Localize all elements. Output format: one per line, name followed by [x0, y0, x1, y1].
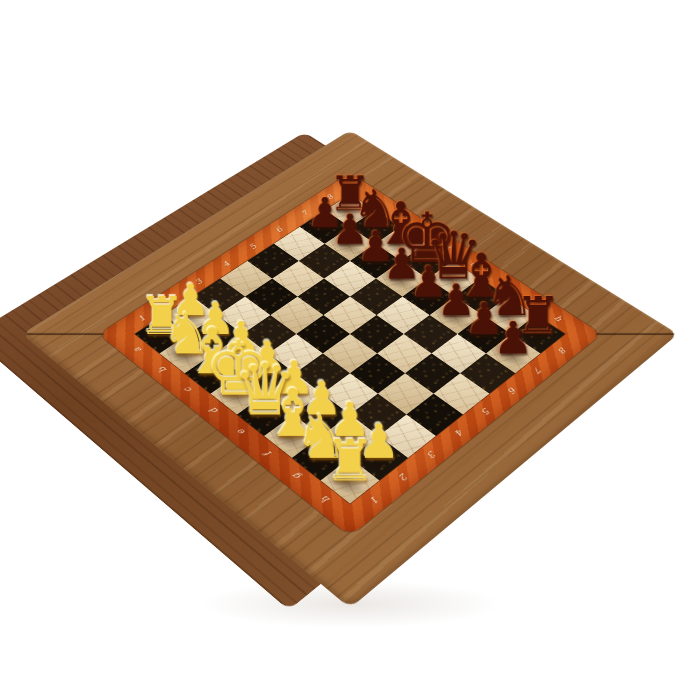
walnut-case: abcdefgh abcdefgh 87654321 87654321 ♜♞♟♝… — [22, 130, 678, 608]
product-photo-scene: abcdefgh abcdefgh 87654321 87654321 ♜♞♟♝… — [0, 0, 700, 700]
piece-white-rook-h1[interactable]: ♜ — [321, 458, 380, 504]
